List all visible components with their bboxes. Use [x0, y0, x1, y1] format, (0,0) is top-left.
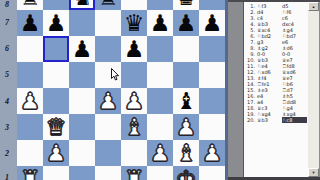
board-viewport: ♜♞♜♚♟♟♛♟♟♟♟♟♟♟♟♝♛♝♟♟♟♝♟♜♜♚ [17, 0, 225, 180]
piece-black-pawn-b7[interactable]: ♟ [43, 10, 69, 36]
square-a1[interactable]: ♜ [17, 166, 43, 180]
square-f1[interactable] [147, 166, 173, 180]
square-g5[interactable] [173, 62, 199, 88]
square-h5[interactable] [199, 62, 225, 88]
chess-board[interactable]: ♜♞♜♚♟♟♛♟♟♟♟♟♟♟♟♝♛♝♟♟♟♝♟♜♜♚ [17, 0, 225, 180]
square-b8[interactable] [43, 0, 69, 10]
square-d3[interactable] [95, 114, 121, 140]
square-f4[interactable] [147, 88, 173, 114]
mouse-cursor-icon [111, 68, 120, 81]
square-d7[interactable] [95, 10, 121, 36]
square-g7[interactable]: ♟ [173, 10, 199, 36]
move-number: 20. [245, 117, 255, 123]
square-h3[interactable] [199, 114, 225, 140]
square-d4[interactable]: ♟ [95, 88, 121, 114]
square-e1[interactable]: ♜ [121, 166, 147, 180]
piece-white-pawn-g3[interactable]: ♟ [173, 114, 199, 140]
piece-black-pawn-g7[interactable]: ♟ [173, 10, 199, 36]
square-c3[interactable] [69, 114, 95, 140]
square-g8[interactable]: ♚ [173, 0, 199, 10]
piece-black-pawn-h7[interactable]: ♟ [199, 10, 225, 36]
square-g1[interactable]: ♚ [173, 166, 199, 180]
square-a7[interactable]: ♟ [17, 10, 43, 36]
square-e5[interactable] [121, 62, 147, 88]
piece-white-pawn-f2[interactable]: ♟ [147, 140, 173, 166]
rank-label-4: 4 [0, 97, 14, 106]
square-b1[interactable] [43, 166, 69, 180]
square-b3[interactable]: ♛ [43, 114, 69, 140]
square-a3[interactable] [17, 114, 43, 140]
square-f7[interactable]: ♟ [147, 10, 173, 36]
square-c7[interactable] [69, 10, 95, 36]
move-white[interactable]: ♕b3 [257, 117, 282, 123]
piece-black-pawn-e6[interactable]: ♟ [121, 36, 147, 62]
square-b6[interactable] [43, 36, 69, 62]
square-a6[interactable] [17, 36, 43, 62]
scroll-down-button[interactable]: ▼ [308, 168, 319, 177]
square-e7[interactable]: ♛ [121, 10, 147, 36]
piece-white-bishop-g2[interactable]: ♝ [173, 140, 199, 166]
square-h8[interactable] [199, 0, 225, 10]
window-bottom-band [228, 177, 320, 180]
piece-black-knight-c8[interactable]: ♞ [69, 0, 95, 10]
square-c6[interactable]: ♟ [69, 36, 95, 62]
piece-white-rook-e1[interactable]: ♜ [121, 166, 147, 180]
square-d1[interactable] [95, 166, 121, 180]
piece-black-pawn-c6[interactable]: ♟ [69, 36, 95, 62]
piece-black-bishop-g4[interactable]: ♝ [173, 88, 199, 114]
square-a4[interactable]: ♟ [17, 88, 43, 114]
square-c4[interactable] [69, 88, 95, 114]
square-d8[interactable]: ♜ [95, 0, 121, 10]
square-c8[interactable]: ♞ [69, 0, 95, 10]
square-h6[interactable] [199, 36, 225, 62]
square-c2[interactable] [69, 140, 95, 166]
scroll-up-button[interactable]: ▲ [308, 2, 319, 11]
square-e8[interactable] [121, 0, 147, 10]
square-b2[interactable]: ♟ [43, 140, 69, 166]
chess-app-window: 87654321 ♜♞♜♚♟♟♛♟♟♟♟♟♟♟♟♝♛♝♟♟♟♝♟♜♜♚ 1.♘f… [0, 0, 320, 180]
piece-black-pawn-f7[interactable]: ♟ [147, 10, 173, 36]
rank-label-6: 6 [0, 44, 14, 53]
piece-white-pawn-d4[interactable]: ♟ [95, 88, 121, 114]
piece-black-rook-a8[interactable]: ♜ [17, 0, 43, 10]
square-b5[interactable] [43, 62, 69, 88]
square-h1[interactable] [199, 166, 225, 180]
scrollbar[interactable]: ▲ ▼ [308, 2, 319, 177]
square-b7[interactable]: ♟ [43, 10, 69, 36]
move-row-20: 20.♕b3♘c8 [245, 117, 307, 123]
square-f8[interactable] [147, 0, 173, 10]
piece-white-bishop-e3[interactable]: ♝ [121, 114, 147, 140]
square-h7[interactable]: ♟ [199, 10, 225, 36]
square-a5[interactable] [17, 62, 43, 88]
piece-white-king-g1[interactable]: ♚ [173, 166, 199, 180]
piece-black-queen-e7[interactable]: ♛ [121, 10, 147, 36]
piece-black-pawn-a7[interactable]: ♟ [17, 10, 43, 36]
square-b4[interactable] [43, 88, 69, 114]
square-f3[interactable] [147, 114, 173, 140]
rank-label-7: 7 [0, 18, 14, 27]
piece-white-pawn-a4[interactable]: ♟ [17, 88, 43, 114]
piece-white-pawn-b2[interactable]: ♟ [43, 140, 69, 166]
square-g6[interactable] [173, 36, 199, 62]
square-e2[interactable] [121, 140, 147, 166]
square-a8[interactable]: ♜ [17, 0, 43, 10]
square-f5[interactable] [147, 62, 173, 88]
rank-label-8: 8 [0, 0, 14, 9]
piece-white-rook-a1[interactable]: ♜ [17, 166, 43, 180]
rank-label-5: 5 [0, 70, 14, 79]
piece-black-king-g8[interactable]: ♚ [173, 0, 199, 10]
piece-white-pawn-h2[interactable]: ♟ [199, 140, 225, 166]
piece-white-queen-b3[interactable]: ♛ [43, 114, 69, 140]
square-g2[interactable]: ♝ [173, 140, 199, 166]
window-gap [228, 0, 243, 180]
square-h4[interactable] [199, 88, 225, 114]
piece-black-rook-d8[interactable]: ♜ [95, 0, 121, 10]
square-g4[interactable]: ♝ [173, 88, 199, 114]
square-d6[interactable] [95, 36, 121, 62]
rank-label-3: 3 [0, 123, 14, 132]
square-c1[interactable] [69, 166, 95, 180]
square-e3[interactable]: ♝ [121, 114, 147, 140]
notation-panel: 1.♘f3d52.d4♘f63.c4c64.♕b3dxc45.♕xc4♗g46.… [243, 2, 319, 177]
rank-label-1: 1 [0, 173, 14, 180]
square-a2[interactable] [17, 140, 43, 166]
rank-label-strip: 87654321 [0, 0, 17, 180]
square-d2[interactable] [95, 140, 121, 166]
rank-label-2: 2 [0, 149, 14, 158]
square-f6[interactable] [147, 36, 173, 62]
square-f2[interactable]: ♟ [147, 140, 173, 166]
move-selected[interactable]: ♘c8 [282, 117, 307, 123]
square-c5[interactable] [69, 62, 95, 88]
square-e6[interactable]: ♟ [121, 36, 147, 62]
square-g3[interactable]: ♟ [173, 114, 199, 140]
square-e4[interactable]: ♟ [121, 88, 147, 114]
piece-white-pawn-e4[interactable]: ♟ [121, 88, 147, 114]
square-h2[interactable]: ♟ [199, 140, 225, 166]
move-list: 1.♘f3d52.d4♘f63.c4c64.♕b3dxc45.♕xc4♗g46.… [245, 3, 307, 123]
